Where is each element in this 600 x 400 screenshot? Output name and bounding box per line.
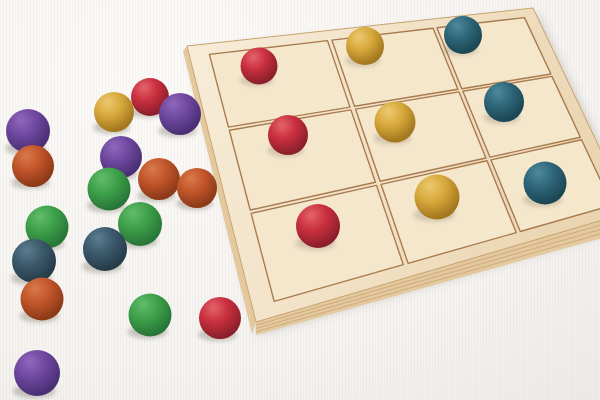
loose-ball-purple-17[interactable] xyxy=(14,350,60,396)
board-ball-yellow-r2c2[interactable] xyxy=(375,102,416,143)
board-ball-yellow-r1c2[interactable] xyxy=(346,27,384,65)
board-ball-red-r2c1[interactable] xyxy=(268,115,308,155)
loose-ball-orange-6[interactable] xyxy=(12,145,54,187)
loose-ball-green-9[interactable] xyxy=(88,168,131,211)
loose-ball-orange-7[interactable] xyxy=(138,158,180,200)
board-ball-teal-r2c3[interactable] xyxy=(484,82,524,122)
board-ball-teal-r1c3[interactable] xyxy=(444,16,482,54)
loose-ball-orange-8[interactable] xyxy=(177,168,217,208)
loose-ball-teal_dark-13[interactable] xyxy=(12,239,56,283)
board-ball-red-r1c1[interactable] xyxy=(241,48,278,85)
loose-ball-green-15[interactable] xyxy=(129,294,172,337)
loose-ball-yellow-2[interactable] xyxy=(94,92,134,132)
board-ball-red-r3c1[interactable] xyxy=(296,204,340,248)
loose-ball-purple-3[interactable] xyxy=(159,93,201,135)
photo-scene xyxy=(0,0,600,400)
loose-ball-orange-14[interactable] xyxy=(21,278,64,321)
board-ball-yellow-r3c2[interactable] xyxy=(415,175,460,220)
screenshot-root xyxy=(0,0,600,400)
loose-ball-red-16[interactable] xyxy=(199,297,241,339)
loose-ball-teal_dark-12[interactable] xyxy=(83,227,127,271)
board-ball-teal-r3c3[interactable] xyxy=(524,162,567,205)
